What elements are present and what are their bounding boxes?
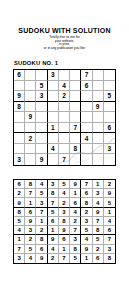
puzzle-cell-r9c9	[104, 154, 115, 165]
solution-cell-r2c6: 1	[70, 189, 81, 198]
puzzle-cell-r6c9: 6	[104, 123, 115, 134]
solution-cell-r7c9: 7	[104, 235, 115, 244]
puzzle-cell-r3c4	[48, 91, 59, 102]
solution-cell-r6c8: 8	[93, 226, 104, 235]
puzzle-cell-r5c9	[104, 112, 115, 123]
puzzle-cell-r7c1	[14, 133, 25, 144]
solution-cell-r8c9: 3	[104, 245, 115, 254]
solution-cell-r1c1: 6	[14, 180, 25, 189]
puzzle-cell-r9c5: 7	[59, 154, 70, 165]
puzzle-cell-r2c1	[14, 81, 25, 92]
solution-cell-r2c1: 2	[14, 189, 25, 198]
puzzle-cell-r3c2	[25, 91, 36, 102]
puzzle-cell-r9c6	[70, 154, 81, 165]
puzzle-cell-r2c4	[48, 81, 59, 92]
solution-cell-r2c7: 6	[81, 189, 92, 198]
solution-cell-r1c6: 9	[70, 180, 81, 189]
solution-cell-r3c6: 6	[70, 198, 81, 207]
puzzle-cell-r1c3	[36, 70, 47, 81]
puzzle-cell-r2c7: 6	[81, 81, 92, 92]
solution-cell-r9c9: 8	[104, 254, 115, 263]
puzzle-cell-r4c9	[104, 102, 115, 113]
solution-cell-r9c2: 4	[25, 254, 36, 263]
puzzle-cell-r7c2: 2	[25, 133, 36, 144]
solution-cell-r3c7: 8	[81, 198, 92, 207]
solution-cell-r4c1: 8	[14, 208, 25, 217]
puzzle-cell-r6c6: 7	[70, 123, 81, 134]
puzzle-cell-r1c7: 7	[81, 70, 92, 81]
puzzle-cell-r3c3: 3	[36, 91, 47, 102]
puzzle-cell-r8c3	[36, 144, 47, 155]
sudoku-solution-grid: 6843597122758416399137268458675342915916…	[13, 179, 116, 264]
puzzle-cell-r8c4: 4	[48, 144, 59, 155]
puzzle-cell-r7c4	[48, 133, 59, 144]
solution-cell-r4c2: 6	[25, 208, 36, 217]
solution-cell-r8c3: 6	[36, 245, 47, 254]
puzzle-cell-r6c5	[59, 123, 70, 134]
puzzle-cell-r3c6	[70, 91, 81, 102]
solution-cell-r1c8: 1	[93, 180, 104, 189]
puzzle-cell-r2c2	[25, 81, 36, 92]
puzzle-cell-r5c6	[70, 112, 81, 123]
solution-cell-r7c5: 6	[59, 235, 70, 244]
puzzle-cell-r7c6	[70, 133, 81, 144]
puzzle-cell-r4c6	[70, 102, 81, 113]
solution-cell-r7c6: 3	[70, 235, 81, 244]
solution-cell-r1c3: 4	[36, 180, 47, 189]
puzzle-cell-r2c5: 4	[59, 81, 70, 92]
solution-cell-r5c8: 7	[93, 217, 104, 226]
puzzle-cell-r1c5	[59, 70, 70, 81]
solution-cell-r9c7: 1	[81, 254, 92, 263]
solution-cell-r9c4: 2	[48, 254, 59, 263]
solution-cell-r9c3: 9	[36, 254, 47, 263]
puzzle-cell-r3c5: 2	[59, 91, 70, 102]
puzzle-cell-r7c5	[59, 133, 70, 144]
solution-cell-r2c3: 5	[36, 189, 47, 198]
solution-cell-r7c2: 2	[25, 235, 36, 244]
solution-cell-r6c6: 7	[70, 226, 81, 235]
solution-cell-r9c6: 5	[70, 254, 81, 263]
puzzle-cell-r6c4: 1	[48, 123, 59, 134]
puzzle-cell-r9c8	[93, 154, 104, 165]
solution-cell-r7c3: 8	[36, 235, 47, 244]
solution-cell-r6c7: 5	[81, 226, 92, 235]
puzzle-cell-r4c1: 8	[14, 102, 25, 113]
solution-cell-r8c2: 5	[25, 245, 36, 254]
subtitle-line-4: or in any publication you like	[0, 47, 129, 51]
page-title: SUDOKU WITH SOLUTION	[0, 27, 129, 34]
solution-cell-r1c5: 5	[59, 180, 70, 189]
solution-cell-r3c8: 4	[93, 198, 104, 207]
solution-cell-r9c1: 3	[14, 254, 25, 263]
solution-cell-r5c9: 4	[104, 217, 115, 226]
sudoku-puzzle-grid: 637546932589917624483397	[13, 69, 116, 166]
solution-cell-r7c7: 4	[81, 235, 92, 244]
solution-cell-r5c2: 9	[25, 217, 36, 226]
solution-cell-r3c9: 5	[104, 198, 115, 207]
puzzle-cell-r4c8: 9	[93, 102, 104, 113]
puzzle-cell-r9c4	[48, 154, 59, 165]
puzzle-cell-r5c3	[36, 112, 47, 123]
puzzle-cell-r2c6	[70, 81, 81, 92]
puzzle-cell-r5c8	[93, 112, 104, 123]
puzzle-cell-r9c3: 9	[36, 154, 47, 165]
puzzle-cell-r1c4: 3	[48, 70, 59, 81]
puzzle-cell-r5c5	[59, 112, 70, 123]
solution-cell-r2c4: 8	[48, 189, 59, 198]
puzzle-cell-r4c7	[81, 102, 92, 113]
puzzle-cell-r6c1	[14, 123, 25, 134]
puzzle-cell-r2c3: 5	[36, 81, 47, 92]
puzzle-cell-r8c8	[93, 144, 104, 155]
solution-cell-r2c5: 4	[59, 189, 70, 198]
puzzle-cell-r6c3	[36, 123, 47, 134]
puzzle-cell-r4c3	[36, 102, 47, 113]
solution-cell-r7c8: 5	[93, 235, 104, 244]
puzzle-cell-r3c1: 9	[14, 91, 25, 102]
solution-cell-r9c8: 6	[93, 254, 104, 263]
puzzle-cell-r4c5	[59, 102, 70, 113]
puzzle-cell-r7c7: 4	[81, 133, 92, 144]
solution-cell-r4c3: 7	[36, 208, 47, 217]
puzzle-cell-r3c8	[93, 91, 104, 102]
solution-cell-r4c8: 9	[93, 208, 104, 217]
puzzle-cell-r3c7	[81, 91, 92, 102]
puzzle-cell-r3c9: 5	[104, 91, 115, 102]
puzzle-cell-r1c9	[104, 70, 115, 81]
solution-cell-r3c4: 7	[48, 198, 59, 207]
puzzle-cell-r5c1	[14, 112, 25, 123]
solution-cell-r4c7: 2	[81, 208, 92, 217]
solution-cell-r3c1: 9	[14, 198, 25, 207]
subtitle: Totally free to use for your website, in…	[0, 36, 129, 50]
puzzle-cell-r1c6	[70, 70, 81, 81]
solution-cell-r3c5: 2	[59, 198, 70, 207]
puzzle-cell-r7c3	[36, 133, 47, 144]
solution-cell-r6c3: 2	[36, 226, 47, 235]
solution-cell-r6c1: 4	[14, 226, 25, 235]
puzzle-cell-r8c6: 8	[70, 144, 81, 155]
puzzle-label: SUDOKU NO. 1	[14, 60, 129, 66]
puzzle-cell-r1c8	[93, 70, 104, 81]
solution-cell-r7c4: 9	[48, 235, 59, 244]
solution-cell-r6c4: 1	[48, 226, 59, 235]
puzzle-cell-r2c9	[104, 81, 115, 92]
solution-cell-r8c8: 2	[93, 245, 104, 254]
solution-cell-r4c5: 3	[59, 208, 70, 217]
puzzle-cell-r1c2	[25, 70, 36, 81]
solution-cell-r2c2: 7	[25, 189, 36, 198]
solution-cell-r8c6: 8	[70, 245, 81, 254]
solution-cell-r5c6: 2	[70, 217, 81, 226]
puzzle-cell-r1c1: 6	[14, 70, 25, 81]
solution-cell-r5c3: 1	[36, 217, 47, 226]
solution-cell-r4c9: 1	[104, 208, 115, 217]
puzzle-cell-r5c7	[81, 112, 92, 123]
solution-cell-r4c6: 4	[70, 208, 81, 217]
puzzle-cell-r8c7	[81, 144, 92, 155]
puzzle-cell-r5c2: 9	[25, 112, 36, 123]
puzzle-cell-r6c8	[93, 123, 104, 134]
solution-cell-r4c4: 5	[48, 208, 59, 217]
solution-cell-r5c4: 6	[48, 217, 59, 226]
solution-cell-r6c5: 9	[59, 226, 70, 235]
puzzle-cell-r6c7	[81, 123, 92, 134]
puzzle-cell-r5c4	[48, 112, 59, 123]
solution-cell-r1c7: 7	[81, 180, 92, 189]
solution-cell-r1c4: 3	[48, 180, 59, 189]
solution-cell-r8c4: 4	[48, 245, 59, 254]
solution-cell-r2c9: 9	[104, 189, 115, 198]
solution-cell-r8c1: 7	[14, 245, 25, 254]
solution-cell-r1c2: 8	[25, 180, 36, 189]
solution-cell-r1c9: 2	[104, 180, 115, 189]
puzzle-cell-r8c5	[59, 144, 70, 155]
solution-cell-r5c1: 5	[14, 217, 25, 226]
solution-cell-r9c5: 7	[59, 254, 70, 263]
solution-cell-r3c2: 1	[25, 198, 36, 207]
puzzle-cell-r4c2	[25, 102, 36, 113]
solution-cell-r5c5: 8	[59, 217, 70, 226]
puzzle-cell-r7c8	[93, 133, 104, 144]
puzzle-cell-r9c7	[81, 154, 92, 165]
solution-cell-r2c8: 3	[93, 189, 104, 198]
puzzle-cell-r6c2	[25, 123, 36, 134]
solution-cell-r3c3: 3	[36, 198, 47, 207]
solution-cell-r7c1: 1	[14, 235, 25, 244]
solution-cell-r6c9: 6	[104, 226, 115, 235]
solution-cell-r8c5: 1	[59, 245, 70, 254]
solution-cell-r8c7: 9	[81, 245, 92, 254]
puzzle-cell-r2c8	[93, 81, 104, 92]
puzzle-cell-r9c1: 3	[14, 154, 25, 165]
puzzle-cell-r8c1	[14, 144, 25, 155]
puzzle-cell-r8c9: 3	[104, 144, 115, 155]
puzzle-cell-r9c2	[25, 154, 36, 165]
solution-cell-r5c7: 3	[81, 217, 92, 226]
puzzle-cell-r8c2	[25, 144, 36, 155]
puzzle-cell-r4c4	[48, 102, 59, 113]
puzzle-cell-r7c9	[104, 133, 115, 144]
solution-cell-r6c2: 3	[25, 226, 36, 235]
